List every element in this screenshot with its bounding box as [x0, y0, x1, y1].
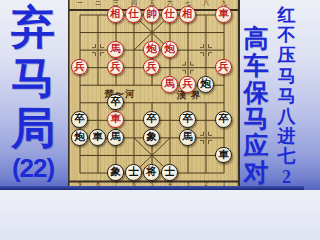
piece-black-卒-f2r5[interactable]: 卒: [107, 94, 124, 111]
piece-red-兵-f8r3[interactable]: 兵: [215, 59, 232, 76]
piece-black-士-f5r9[interactable]: 士: [161, 164, 178, 181]
piece-red-車-f2r6[interactable]: 車: [107, 111, 124, 128]
caption-sub-vertical: 红不压马马八进七2: [273, 5, 300, 187]
piece-black-象-f2r9[interactable]: 象: [107, 164, 124, 181]
piece-red-帥-f4r0[interactable]: 帥: [143, 6, 160, 23]
piece-red-兵-f6r4[interactable]: 兵: [179, 76, 196, 93]
pieces-layer: 相仕帥仕相車馬炮炮兵兵兵兵馬兵車炮卒卒卒卒卒炮車馬象馬車象士将士: [68, 0, 240, 190]
piece-black-士-f3r9[interactable]: 士: [125, 164, 142, 181]
piece-red-仕-f3r0[interactable]: 仕: [125, 6, 142, 23]
piece-red-仕-f5r0[interactable]: 仕: [161, 6, 178, 23]
piece-red-馬-f2r2[interactable]: 馬: [107, 41, 124, 58]
piece-red-炮-f4r2[interactable]: 炮: [143, 41, 160, 58]
caption-main-vertical: 高车保马应对: [241, 26, 271, 187]
piece-red-兵-f2r3[interactable]: 兵: [107, 59, 124, 76]
piece-red-馬-f5r4[interactable]: 馬: [161, 76, 178, 93]
piece-black-象-f4r7[interactable]: 象: [143, 129, 160, 146]
piece-red-相-f2r0[interactable]: 相: [107, 6, 124, 23]
piece-black-炮-f7r4[interactable]: 炮: [197, 76, 214, 93]
piece-black-卒-f0r6[interactable]: 卒: [71, 111, 88, 128]
piece-black-卒-f4r6[interactable]: 卒: [143, 111, 160, 128]
piece-red-車-f8r0[interactable]: 車: [215, 6, 232, 23]
episode-number: (22): [0, 153, 66, 184]
piece-black-将-f4r9[interactable]: 将: [143, 164, 160, 181]
piece-black-車-f1r7[interactable]: 車: [89, 129, 106, 146]
piece-red-炮-f5r2[interactable]: 炮: [161, 41, 178, 58]
piece-black-炮-f0r7[interactable]: 炮: [71, 129, 88, 146]
piece-black-車-f8r8[interactable]: 車: [215, 147, 232, 164]
right-caption-panel: 高车保马应对 红不压马马八进七2: [240, 0, 304, 190]
piece-black-馬-f6r7[interactable]: 馬: [179, 129, 196, 146]
piece-red-兵-f4r3[interactable]: 兵: [143, 59, 160, 76]
xiangqi-board[interactable]: 楚〜河 漢 界 一二三四五六七八九 987654321 相仕帥仕相車馬炮炮兵兵兵…: [68, 0, 240, 190]
bottom-border: [0, 186, 304, 190]
piece-black-馬-f2r7[interactable]: 馬: [107, 129, 124, 146]
piece-red-兵-f0r3[interactable]: 兵: [71, 59, 88, 76]
left-title-panel: 弃马局 (22): [0, 0, 68, 190]
opening-title-vertical: 弃马局: [0, 3, 66, 155]
piece-black-卒-f8r6[interactable]: 卒: [215, 111, 232, 128]
piece-red-相-f6r0[interactable]: 相: [179, 6, 196, 23]
piece-black-卒-f6r6[interactable]: 卒: [179, 111, 196, 128]
